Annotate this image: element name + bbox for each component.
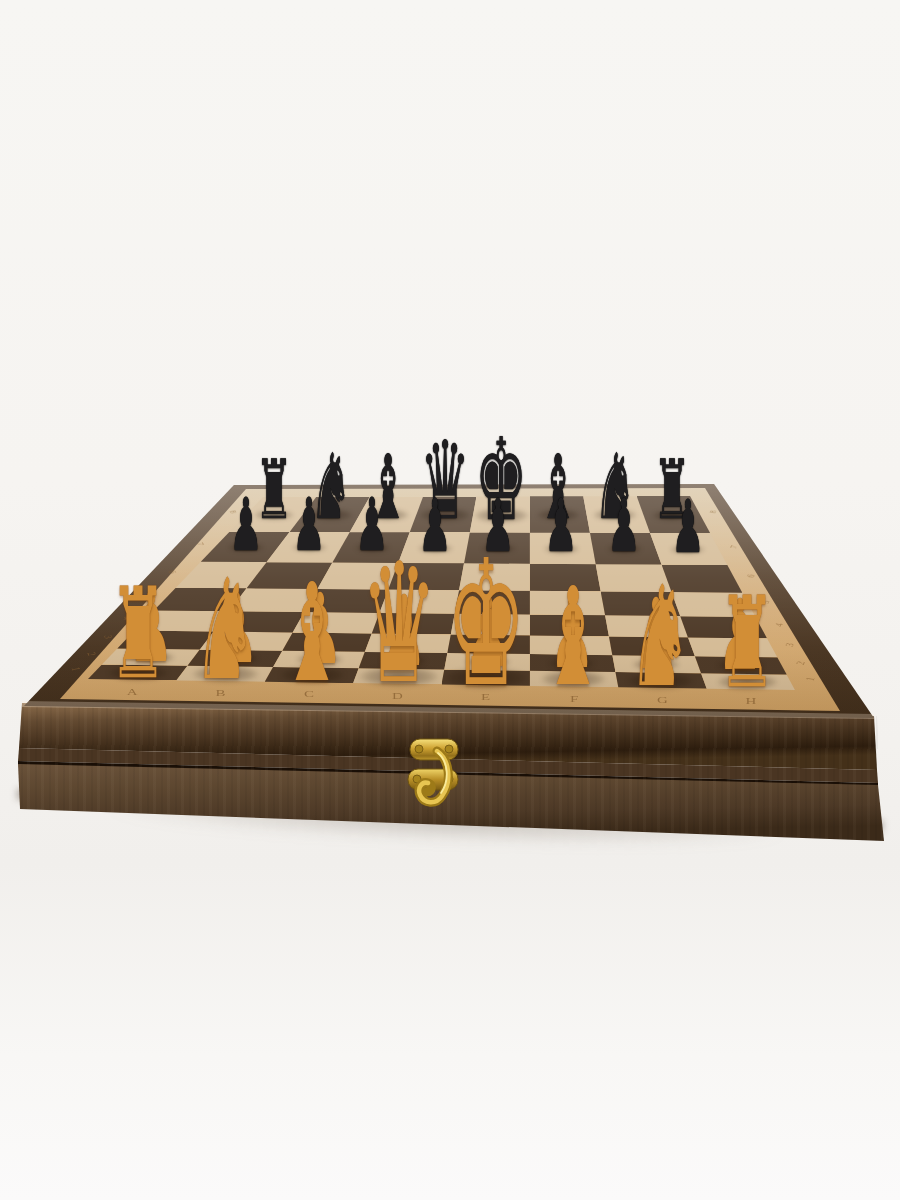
piece-glyph: ♜ [718, 580, 776, 705]
rank-label-left-1: 1 [69, 666, 82, 671]
piece-glyph: ♟ [671, 490, 705, 563]
scene: ABCDEFGH1122334455667788♜♞♝♛♚♝♞♜♟♟♟♟♟♟♟♟… [0, 0, 900, 1200]
piece-black-pawn-b7[interactable]: ♟ [281, 497, 338, 560]
piece-glyph: ♞ [628, 568, 693, 707]
rank-label-right-1: 1 [803, 677, 816, 682]
piece-glyph: ♞ [193, 561, 258, 700]
piece-glyph: ♚ [446, 537, 527, 711]
clasp-icon [402, 736, 466, 826]
piece-white-rook-h1[interactable]: ♜ [699, 595, 796, 703]
rank-label-right-2: 2 [794, 661, 807, 666]
piece-black-pawn-g7[interactable]: ♟ [596, 499, 653, 562]
piece-glyph: ♟ [607, 490, 641, 563]
piece-glyph: ♟ [292, 488, 326, 561]
rank-label-right-7: 7 [729, 545, 739, 549]
piece-glyph: ♝ [542, 569, 605, 705]
piece-black-pawn-h7[interactable]: ♟ [659, 499, 716, 562]
rank-label-left-7: 7 [195, 542, 205, 546]
piece-black-pawn-f7[interactable]: ♟ [533, 498, 590, 561]
piece-glyph: ♟ [544, 490, 578, 563]
piece-glyph: ♜ [109, 571, 167, 696]
piece-glyph: ♝ [281, 565, 344, 701]
